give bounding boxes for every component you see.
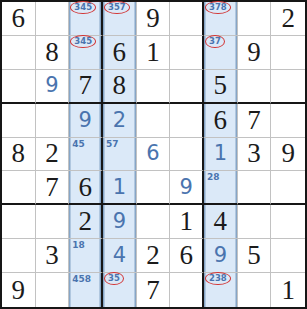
red-circled-candidates: 35 [104,272,124,285]
cell-r8c8[interactable]: 5 [238,239,272,273]
cell-r7c5[interactable] [137,205,171,239]
cell-r5c5[interactable]: 6 [137,138,171,172]
given-digit: 9 [281,140,295,167]
cell-r1c4[interactable]: 357 [103,2,137,36]
cell-r9c6[interactable] [170,273,204,307]
given-digit: 6 [113,39,127,66]
cell-r5c3[interactable]: 45 [69,138,103,172]
cell-r6c2[interactable]: 7 [36,171,70,205]
given-digit: 2 [146,242,160,269]
given-digit: 8 [45,39,59,66]
cell-r2c8[interactable]: 9 [238,36,272,70]
entered-digit: 9 [214,245,227,266]
cell-r6c9[interactable] [271,171,305,205]
pencil-marks: 458 [72,274,91,284]
cell-r7c7[interactable]: 4 [204,205,238,239]
cell-r9c2[interactable] [36,273,70,307]
cell-r5c6[interactable] [170,138,204,172]
entered-digit: 9 [179,177,192,198]
entered-digit: 9 [45,75,58,96]
given-digit: 6 [78,174,92,201]
cell-r8c6[interactable]: 6 [170,239,204,273]
cell-r3c5[interactable] [137,70,171,104]
red-circled-candidates: 357 [104,1,130,14]
red-circled-candidates: 378 [205,1,231,14]
cell-r2c3[interactable]: 345 [69,36,103,70]
given-digit: 9 [146,5,160,32]
cell-r4c8[interactable]: 7 [238,104,272,138]
given-digit: 6 [214,107,228,134]
cell-r1c7[interactable]: 378 [204,2,238,36]
cell-r7c2[interactable] [36,205,70,239]
given-digit: 1 [281,277,295,304]
entered-digit: 2 [113,110,126,131]
cell-r4c7[interactable]: 6 [204,104,238,138]
cell-r6c4[interactable]: 1 [103,171,137,205]
cell-r1c6[interactable] [170,2,204,36]
cell-r3c4[interactable]: 8 [103,70,137,104]
cell-r4c4[interactable]: 2 [103,104,137,138]
cell-r8c2[interactable]: 3 [36,239,70,273]
given-digit: 3 [45,242,59,269]
cell-r5c1[interactable]: 8 [2,138,36,172]
cell-r8c7[interactable]: 9 [204,239,238,273]
given-digit: 4 [214,208,228,235]
cell-r9c3[interactable]: 458 [69,273,103,307]
cell-r9c9[interactable]: 1 [271,273,305,307]
cell-r8c3[interactable]: 18 [69,239,103,273]
cell-r6c3[interactable]: 6 [69,171,103,205]
given-digit: 1 [179,208,193,235]
given-digit: 7 [247,107,261,134]
cell-r2c6[interactable] [170,36,204,70]
given-digit: 3 [247,140,261,167]
given-digit: 9 [247,39,261,66]
given-digit: 6 [12,5,26,32]
pencil-marks: 18 [72,240,85,250]
cell-r2c2[interactable]: 8 [36,36,70,70]
given-digit: 8 [113,72,127,99]
red-circled-candidates: 345 [70,35,96,48]
cell-r4c3[interactable]: 9 [69,104,103,138]
given-digit: 7 [146,277,160,304]
given-digit: 5 [247,242,261,269]
cell-r3c1[interactable] [2,70,36,104]
cell-r3c2[interactable]: 9 [36,70,70,104]
cell-r8c4[interactable]: 4 [103,239,137,273]
cell-r9c5[interactable]: 7 [137,273,171,307]
sudoku-app: 6345357937828345613799785926782455761397… [0,0,307,309]
cell-r1c2[interactable] [36,2,70,36]
cell-r7c6[interactable]: 1 [170,205,204,239]
cell-r9c7[interactable]: 238 [204,273,238,307]
entered-digit: 1 [214,143,227,164]
cell-r7c1[interactable] [2,205,36,239]
given-digit: 5 [214,72,228,99]
cell-r9c1[interactable]: 9 [2,273,36,307]
entered-digit: 1 [113,177,126,198]
cell-r6c6[interactable]: 9 [170,171,204,205]
cell-r9c4[interactable]: 35 [103,273,137,307]
cell-r3c8[interactable] [238,70,272,104]
pencil-marks: 57 [106,139,119,149]
cell-r4c6[interactable] [170,104,204,138]
cell-r2c9[interactable] [271,36,305,70]
cell-r6c5[interactable] [137,171,171,205]
cell-r7c8[interactable] [238,205,272,239]
cell-r1c3[interactable]: 345 [69,2,103,36]
cell-r8c9[interactable] [271,239,305,273]
entered-digit: 9 [78,110,91,131]
given-digit: 2 [78,208,92,235]
given-digit: 2 [45,140,59,167]
cell-r3c6[interactable] [170,70,204,104]
given-digit: 1 [146,39,160,66]
cell-r4c1[interactable] [2,104,36,138]
cell-r1c5[interactable]: 9 [137,2,171,36]
cell-r6c1[interactable] [2,171,36,205]
cell-r5c4[interactable]: 57 [103,138,137,172]
given-digit: 7 [45,174,59,201]
sudoku-board: 6345357937828345613799785926782455761397… [0,0,307,309]
cell-r1c8[interactable] [238,2,272,36]
given-digit: 8 [12,140,26,167]
cell-r4c5[interactable] [137,104,171,138]
cell-r7c9[interactable] [271,205,305,239]
cell-r9c8[interactable] [238,273,272,307]
red-circled-candidates: 37 [205,35,225,48]
cell-r5c8[interactable]: 3 [238,138,272,172]
given-digit: 9 [12,277,26,304]
pencil-marks: 45 [72,139,85,149]
given-digit: 6 [179,242,193,269]
cell-r1c1[interactable]: 6 [2,2,36,36]
pencil-marks: 28 [207,172,220,182]
cell-r2c5[interactable]: 1 [137,36,171,70]
cell-r2c7[interactable]: 37 [204,36,238,70]
cell-r6c7[interactable]: 28 [204,171,238,205]
cell-r5c7[interactable]: 1 [204,138,238,172]
cell-r7c4[interactable]: 9 [103,205,137,239]
cell-r6c8[interactable] [238,171,272,205]
given-digit: 2 [281,5,295,32]
entered-digit: 6 [146,143,159,164]
cell-r2c1[interactable] [2,36,36,70]
cell-r2c4[interactable]: 6 [103,36,137,70]
cell-r1c9[interactable]: 2 [271,2,305,36]
cell-r4c9[interactable] [271,104,305,138]
entered-digit: 4 [113,245,126,266]
cell-r4c2[interactable] [36,104,70,138]
cell-r5c9[interactable]: 9 [271,138,305,172]
cell-r7c3[interactable]: 2 [69,205,103,239]
given-digit: 7 [78,72,92,99]
red-circled-candidates: 345 [70,1,96,14]
red-circled-candidates: 238 [205,272,231,285]
cell-r8c5[interactable]: 2 [137,239,171,273]
cell-r3c9[interactable] [271,70,305,104]
cell-r5c2[interactable]: 2 [36,138,70,172]
cell-r3c3[interactable]: 7 [69,70,103,104]
entered-digit: 9 [113,211,126,232]
cell-r8c1[interactable] [2,239,36,273]
cell-r3c7[interactable]: 5 [204,70,238,104]
